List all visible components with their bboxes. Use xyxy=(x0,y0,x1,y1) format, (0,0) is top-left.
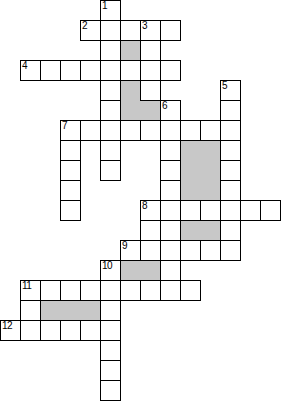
cell-r6-c3[interactable]: 7 xyxy=(60,120,81,141)
cell-r3-c8[interactable] xyxy=(160,60,181,81)
cell-r1-c6[interactable] xyxy=(120,20,141,41)
cell-r14-c9[interactable] xyxy=(180,280,201,301)
cell-r12-c7[interactable] xyxy=(140,240,161,261)
blocked-cell-r5-c7 xyxy=(140,100,161,121)
cell-r14-c1[interactable]: 11 xyxy=(20,280,41,301)
clue-number-9: 9 xyxy=(122,241,127,251)
cell-r16-c3[interactable] xyxy=(60,320,81,341)
cell-r6-c7[interactable] xyxy=(140,120,161,141)
cell-r15-c5[interactable] xyxy=(100,300,121,321)
cell-r3-c5[interactable] xyxy=(100,60,121,81)
blocked-cell-r5-c6 xyxy=(120,100,141,121)
cell-r14-c5[interactable] xyxy=(100,280,121,301)
cell-r14-c7[interactable] xyxy=(140,280,161,301)
cell-r11-c8[interactable] xyxy=(160,220,181,241)
cell-r3-c1[interactable]: 4 xyxy=(20,60,41,81)
cell-r3-c3[interactable] xyxy=(60,60,81,81)
cell-r18-c5[interactable] xyxy=(100,360,121,381)
cell-r1-c5[interactable] xyxy=(100,20,121,41)
cell-r1-c7[interactable]: 3 xyxy=(140,20,161,41)
cell-r6-c10[interactable] xyxy=(200,120,221,141)
blocked-cell-r15-c2 xyxy=(40,300,61,321)
blocked-cell-r11-c10 xyxy=(200,220,221,241)
cell-r10-c8[interactable] xyxy=(160,200,181,221)
blocked-cell-r15-c3 xyxy=(60,300,81,321)
cell-r14-c2[interactable] xyxy=(40,280,61,301)
cell-r14-c3[interactable] xyxy=(60,280,81,301)
cell-r7-c8[interactable] xyxy=(160,140,181,161)
cell-r10-c9[interactable] xyxy=(180,200,201,221)
cell-r8-c11[interactable] xyxy=(220,160,241,181)
cell-r6-c8[interactable] xyxy=(160,120,181,141)
clue-number-2: 2 xyxy=(82,21,87,31)
clue-number-6: 6 xyxy=(162,101,167,111)
cell-r16-c4[interactable] xyxy=(80,320,101,341)
cell-r8-c5[interactable] xyxy=(100,160,121,181)
cell-r10-c12[interactable] xyxy=(240,200,261,221)
clue-number-10: 10 xyxy=(102,261,112,271)
cell-r8-c8[interactable] xyxy=(160,160,181,181)
cell-r12-c6[interactable]: 9 xyxy=(120,240,141,261)
cell-r10-c11[interactable] xyxy=(220,200,241,221)
blocked-cell-r7-c9 xyxy=(180,140,201,161)
cell-r13-c8[interactable] xyxy=(160,260,181,281)
clue-number-8: 8 xyxy=(142,201,147,211)
blocked-cell-r9-c10 xyxy=(200,180,221,201)
blocked-cell-r2-c6 xyxy=(120,40,141,61)
cell-r13-c5[interactable]: 10 xyxy=(100,260,121,281)
cell-r3-c7[interactable] xyxy=(140,60,161,81)
cell-r2-c5[interactable] xyxy=(100,40,121,61)
cell-r9-c11[interactable] xyxy=(220,180,241,201)
blocked-cell-r4-c6 xyxy=(120,80,141,101)
cell-r9-c3[interactable] xyxy=(60,180,81,201)
cell-r16-c2[interactable] xyxy=(40,320,61,341)
cell-r8-c3[interactable] xyxy=(60,160,81,181)
cell-r5-c11[interactable] xyxy=(220,100,241,121)
cell-r1-c4[interactable]: 2 xyxy=(80,20,101,41)
blocked-cell-r13-c7 xyxy=(140,260,161,281)
blocked-cell-r8-c9 xyxy=(180,160,201,181)
blocked-cell-r9-c9 xyxy=(180,180,201,201)
cell-r6-c9[interactable] xyxy=(180,120,201,141)
cell-r15-c1[interactable] xyxy=(20,300,41,321)
cell-r12-c9[interactable] xyxy=(180,240,201,261)
blocked-cell-r7-c10 xyxy=(200,140,221,161)
cell-r10-c7[interactable]: 8 xyxy=(140,200,161,221)
blocked-cell-r8-c10 xyxy=(200,160,221,181)
cell-r7-c3[interactable] xyxy=(60,140,81,161)
cell-r16-c1[interactable] xyxy=(20,320,41,341)
cell-r12-c8[interactable] xyxy=(160,240,181,261)
cell-r14-c4[interactable] xyxy=(80,280,101,301)
blocked-cell-r15-c4 xyxy=(80,300,101,321)
cell-r12-c11[interactable] xyxy=(220,240,241,261)
cell-r3-c2[interactable] xyxy=(40,60,61,81)
blocked-cell-r13-c6 xyxy=(120,260,141,281)
cell-r6-c6[interactable] xyxy=(120,120,141,141)
cell-r10-c10[interactable] xyxy=(200,200,221,221)
cell-r3-c6[interactable] xyxy=(120,60,141,81)
clue-number-7: 7 xyxy=(62,121,67,131)
cell-r5-c5[interactable] xyxy=(100,100,121,121)
cell-r12-c10[interactable] xyxy=(200,240,221,261)
clue-number-3: 3 xyxy=(142,21,147,31)
cell-r6-c4[interactable] xyxy=(80,120,101,141)
cell-r10-c3[interactable] xyxy=(60,200,81,221)
cell-r9-c8[interactable] xyxy=(160,180,181,201)
clue-number-4: 4 xyxy=(22,61,27,71)
clue-number-1: 1 xyxy=(102,1,107,11)
cell-r3-c4[interactable] xyxy=(80,60,101,81)
cell-r2-c7[interactable] xyxy=(140,40,161,61)
cell-r11-c7[interactable] xyxy=(140,220,161,241)
cell-r14-c8[interactable] xyxy=(160,280,181,301)
cell-r0-c5[interactable]: 1 xyxy=(100,0,121,21)
cell-r7-c5[interactable] xyxy=(100,140,121,161)
cell-r19-c5[interactable] xyxy=(100,380,121,401)
clue-number-5: 5 xyxy=(222,81,227,91)
cell-r4-c7[interactable] xyxy=(140,80,161,101)
clue-number-11: 11 xyxy=(22,281,31,291)
cell-r1-c8[interactable] xyxy=(160,20,181,41)
cell-r6-c5[interactable] xyxy=(100,120,121,141)
cell-r11-c11[interactable] xyxy=(220,220,241,241)
blocked-cell-r11-c9 xyxy=(180,220,201,241)
cell-r4-c5[interactable] xyxy=(100,80,121,101)
cell-r10-c13[interactable] xyxy=(260,200,281,221)
cell-r14-c6[interactable] xyxy=(120,280,141,301)
cell-r16-c5[interactable] xyxy=(100,320,121,341)
cell-r16-c0[interactable]: 12 xyxy=(0,320,21,341)
crossword-board: 123456789101112 xyxy=(0,0,281,401)
cell-r4-c11[interactable]: 5 xyxy=(220,80,241,101)
cell-r7-c11[interactable] xyxy=(220,140,241,161)
cell-r17-c5[interactable] xyxy=(100,340,121,361)
clue-number-12: 12 xyxy=(2,321,12,331)
cell-r6-c11[interactable] xyxy=(220,120,241,141)
cell-r5-c8[interactable]: 6 xyxy=(160,100,181,121)
